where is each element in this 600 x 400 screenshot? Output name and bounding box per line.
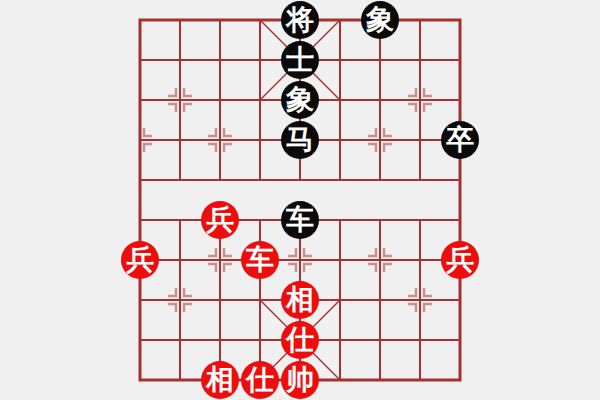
pieces-grid: 将象士象马卒车兵兵车兵相仕相仕帅	[120, 0, 480, 400]
piece-black-horse[interactable]: 马	[281, 121, 319, 159]
piece-black-soldier[interactable]: 卒	[441, 121, 479, 159]
piece-red-soldier-3[interactable]: 兵	[441, 241, 479, 279]
piece-red-advisor-2[interactable]: 仕	[241, 361, 279, 399]
piece-red-elephant-1[interactable]: 相	[281, 281, 319, 319]
piece-black-elephant-2[interactable]: 象	[281, 81, 319, 119]
piece-black-advisor[interactable]: 士	[281, 41, 319, 79]
piece-red-soldier-2[interactable]: 兵	[121, 241, 159, 279]
piece-red-advisor-1[interactable]: 仕	[281, 321, 319, 359]
piece-black-elephant-1[interactable]: 象	[361, 1, 399, 39]
piece-red-soldier-1[interactable]: 兵	[201, 201, 239, 239]
piece-black-general[interactable]: 将	[281, 1, 319, 39]
piece-red-general[interactable]: 帅	[281, 361, 319, 399]
xiangqi-screen: 将象士象马卒车兵兵车兵相仕相仕帅	[0, 0, 600, 400]
piece-red-chariot[interactable]: 车	[241, 241, 279, 279]
piece-red-elephant-2[interactable]: 相	[201, 361, 239, 399]
piece-black-chariot[interactable]: 车	[281, 201, 319, 239]
